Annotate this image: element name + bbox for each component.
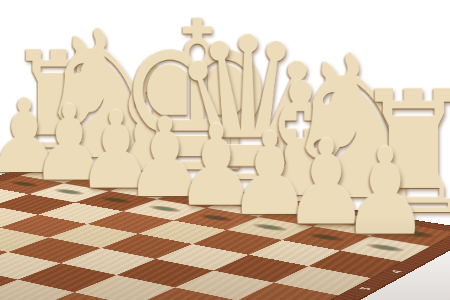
frame-rank-label-4: 4: [383, 268, 409, 276]
chessboard-frame: ♜♞♝♚♛♝♞♜♟♟♟♟♟♟♟♟ 45: [0, 160, 450, 300]
chessboard: ♜♞♝♚♛♝♞♜♟♟♟♟♟♟♟♟: [0, 166, 450, 300]
white-pawn-a2: ♟: [341, 132, 429, 252]
chess-set-photo: ♜♞♝♚♛♝♞♜♟♟♟♟♟♟♟♟ 45: [0, 0, 450, 300]
board-scene: ♜♞♝♚♛♝♞♜♟♟♟♟♟♟♟♟ 45: [0, 0, 387, 300]
